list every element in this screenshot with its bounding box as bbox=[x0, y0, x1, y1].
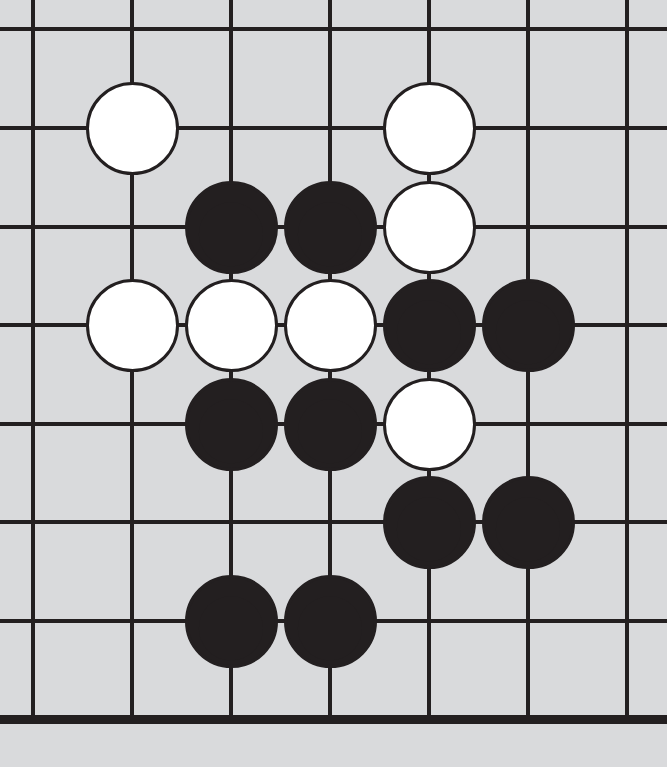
stone-glyph: ○ bbox=[293, 283, 366, 367]
board-bottom-edge-line bbox=[0, 715, 667, 724]
black-stone[interactable]: ● bbox=[284, 181, 377, 274]
stone-glyph: ● bbox=[491, 480, 564, 564]
grid-h-line bbox=[0, 27, 667, 31]
stone-glyph: ○ bbox=[392, 86, 465, 170]
white-stone[interactable]: ○ bbox=[383, 181, 476, 274]
stone-glyph: ● bbox=[491, 283, 564, 367]
go-board[interactable]: ○○●●○○○○●●●●○●●●● bbox=[0, 0, 667, 767]
black-stone[interactable]: ● bbox=[284, 575, 377, 668]
black-stone[interactable]: ● bbox=[185, 181, 278, 274]
white-stone[interactable]: ○ bbox=[185, 279, 278, 372]
white-stone[interactable]: ○ bbox=[383, 378, 476, 471]
grid-v-line bbox=[625, 0, 629, 724]
stone-glyph: ○ bbox=[95, 86, 168, 170]
stone-glyph: ● bbox=[293, 382, 366, 466]
stone-glyph: ○ bbox=[392, 185, 465, 269]
white-stone[interactable]: ○ bbox=[86, 82, 179, 175]
stone-glyph: ● bbox=[392, 480, 465, 564]
stone-glyph: ○ bbox=[95, 283, 168, 367]
white-stone[interactable]: ○ bbox=[284, 279, 377, 372]
black-stone[interactable]: ● bbox=[482, 476, 575, 569]
stone-glyph: ● bbox=[194, 185, 267, 269]
white-stone[interactable]: ○ bbox=[383, 82, 476, 175]
stone-glyph: ○ bbox=[392, 382, 465, 466]
stone-glyph: ● bbox=[392, 283, 465, 367]
stone-glyph: ● bbox=[293, 579, 366, 663]
white-stone[interactable]: ○ bbox=[86, 279, 179, 372]
black-stone[interactable]: ● bbox=[185, 378, 278, 471]
stone-glyph: ● bbox=[293, 185, 366, 269]
black-stone[interactable]: ● bbox=[284, 378, 377, 471]
stone-glyph: ○ bbox=[194, 283, 267, 367]
black-stone[interactable]: ● bbox=[383, 279, 476, 372]
grid-v-line bbox=[31, 0, 35, 724]
black-stone[interactable]: ● bbox=[185, 575, 278, 668]
stone-glyph: ● bbox=[194, 579, 267, 663]
black-stone[interactable]: ● bbox=[383, 476, 476, 569]
black-stone[interactable]: ● bbox=[482, 279, 575, 372]
stone-glyph: ● bbox=[194, 382, 267, 466]
